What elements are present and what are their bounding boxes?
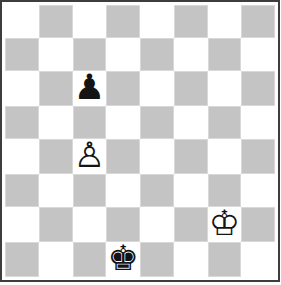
square-a6[interactable]	[5, 71, 39, 106]
square-e6[interactable]	[140, 71, 174, 106]
square-h8[interactable]	[241, 5, 275, 38]
square-h3[interactable]	[241, 174, 275, 207]
square-g2[interactable]: ♔	[208, 207, 242, 242]
chess-board: ♟♙♔♚	[5, 5, 275, 277]
square-f3[interactable]	[174, 174, 208, 207]
square-f6[interactable]	[174, 71, 208, 106]
square-d3[interactable]	[106, 174, 140, 207]
square-d2[interactable]	[106, 207, 140, 242]
square-b3[interactable]	[39, 174, 73, 207]
square-d8[interactable]	[106, 5, 140, 38]
square-e5[interactable]	[140, 106, 174, 139]
square-b6[interactable]	[39, 71, 73, 106]
square-h4[interactable]	[241, 139, 275, 174]
square-d4[interactable]	[106, 139, 140, 174]
black-pawn-c6: ♟	[74, 70, 105, 105]
white-pawn-c4: ♙	[74, 138, 105, 173]
square-c1[interactable]	[73, 242, 107, 277]
square-c8[interactable]	[73, 5, 107, 38]
square-f1[interactable]	[174, 242, 208, 277]
square-a4[interactable]	[5, 139, 39, 174]
square-a5[interactable]	[5, 106, 39, 139]
square-c6[interactable]: ♟	[73, 71, 107, 106]
square-g7[interactable]	[208, 38, 242, 71]
square-a7[interactable]	[5, 38, 39, 71]
square-a1[interactable]	[5, 242, 39, 277]
square-g8[interactable]	[208, 5, 242, 38]
square-d1[interactable]: ♚	[106, 242, 140, 277]
square-h7[interactable]	[241, 38, 275, 71]
square-d6[interactable]	[106, 71, 140, 106]
square-h5[interactable]	[241, 106, 275, 139]
chess-board-frame: ♟♙♔♚	[0, 0, 280, 282]
square-e4[interactable]	[140, 139, 174, 174]
square-d7[interactable]	[106, 38, 140, 71]
white-king-g2: ♔	[209, 206, 240, 241]
square-f7[interactable]	[174, 38, 208, 71]
square-c4[interactable]: ♙	[73, 139, 107, 174]
square-g6[interactable]	[208, 71, 242, 106]
square-c3[interactable]	[73, 174, 107, 207]
square-f4[interactable]	[174, 139, 208, 174]
square-e2[interactable]	[140, 207, 174, 242]
square-g1[interactable]	[208, 242, 242, 277]
black-king-d1: ♚	[107, 241, 138, 276]
square-c2[interactable]	[73, 207, 107, 242]
square-a2[interactable]	[5, 207, 39, 242]
square-a3[interactable]	[5, 174, 39, 207]
square-g5[interactable]	[208, 106, 242, 139]
square-b7[interactable]	[39, 38, 73, 71]
square-f8[interactable]	[174, 5, 208, 38]
square-g4[interactable]	[208, 139, 242, 174]
chess-diagram-page: ♟♙♔♚	[0, 0, 281, 285]
square-b1[interactable]	[39, 242, 73, 277]
square-h1[interactable]	[241, 242, 275, 277]
square-f2[interactable]	[174, 207, 208, 242]
square-b2[interactable]	[39, 207, 73, 242]
square-b5[interactable]	[39, 106, 73, 139]
square-e3[interactable]	[140, 174, 174, 207]
square-f5[interactable]	[174, 106, 208, 139]
square-b8[interactable]	[39, 5, 73, 38]
square-h6[interactable]	[241, 71, 275, 106]
square-e8[interactable]	[140, 5, 174, 38]
square-d5[interactable]	[106, 106, 140, 139]
square-h2[interactable]	[241, 207, 275, 242]
square-a8[interactable]	[5, 5, 39, 38]
square-e7[interactable]	[140, 38, 174, 71]
square-b4[interactable]	[39, 139, 73, 174]
square-e1[interactable]	[140, 242, 174, 277]
